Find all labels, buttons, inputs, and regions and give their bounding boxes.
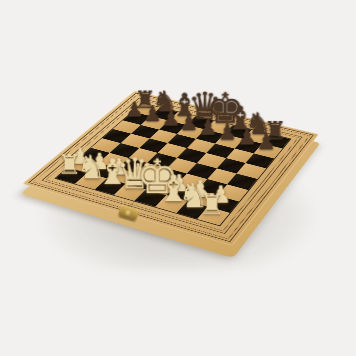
piece-white-king: ♚: [136, 153, 159, 200]
piece-white-knight: ♞: [178, 179, 202, 213]
piece-black-pawn: ♟: [197, 117, 218, 138]
piece-black-pawn: ♟: [256, 131, 278, 153]
piece-white-bishop: ♝: [157, 170, 181, 207]
product-photo-scene: ♜♞♝♛♚♝♞♜♟♟♟♟♟♟♟♟♟♟♟♟♟♟♟♟♜♞♝♛♚♝♞♜: [0, 0, 356, 356]
piece-white-rook: ♜: [199, 190, 223, 219]
piece-black-pawn: ♟: [216, 122, 237, 143]
piece-black-pawn: ♟: [236, 127, 257, 149]
piece-black-pawn: ♟: [142, 104, 162, 125]
